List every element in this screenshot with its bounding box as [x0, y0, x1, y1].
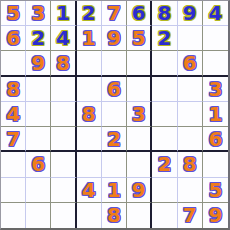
cell-r7c4[interactable] [77, 152, 102, 177]
cell-r7c6[interactable] [127, 152, 152, 177]
cell-r4c2[interactable] [26, 77, 51, 102]
cell-r8c2[interactable] [26, 178, 51, 203]
cell-r4c7[interactable] [152, 77, 177, 102]
cell-r8c3[interactable] [51, 178, 76, 203]
cell-r2c6[interactable]: 5 [127, 26, 152, 51]
cell-r2c2[interactable]: 2 [26, 26, 51, 51]
cell-r4c4[interactable] [77, 77, 102, 102]
cell-r9c3[interactable] [51, 203, 76, 228]
cell-r3c1[interactable] [1, 51, 26, 76]
cell-r3c5[interactable] [102, 51, 127, 76]
cell-r9c5[interactable]: 8 [102, 203, 127, 228]
cell-r2c3[interactable]: 4 [51, 26, 76, 51]
cell-r9c8[interactable]: 7 [178, 203, 203, 228]
cell-r7c3[interactable] [51, 152, 76, 177]
cell-r3c8[interactable]: 6 [178, 51, 203, 76]
cell-r5c7[interactable] [152, 102, 177, 127]
cell-r3c2[interactable]: 9 [26, 51, 51, 76]
cell-r5c9[interactable]: 1 [203, 102, 228, 127]
cell-r7c2[interactable]: 6 [26, 152, 51, 177]
cell-r1c6[interactable]: 6 [127, 1, 152, 26]
cell-r2c1[interactable]: 6 [1, 26, 26, 51]
cell-r3c9[interactable] [203, 51, 228, 76]
cell-r2c4[interactable]: 1 [77, 26, 102, 51]
cell-r1c8[interactable]: 9 [178, 1, 203, 26]
cell-r1c2[interactable]: 3 [26, 1, 51, 26]
cell-r4c8[interactable] [178, 77, 203, 102]
cell-r1c4[interactable]: 2 [77, 1, 102, 26]
cell-r8c1[interactable] [1, 178, 26, 203]
cell-r5c4[interactable]: 8 [77, 102, 102, 127]
cell-r5c1[interactable]: 4 [1, 102, 26, 127]
cell-r9c7[interactable] [152, 203, 177, 228]
cell-r7c5[interactable] [102, 152, 127, 177]
cell-r7c7[interactable]: 2 [152, 152, 177, 177]
cell-r8c4[interactable]: 4 [77, 178, 102, 203]
cell-r4c1[interactable]: 8 [1, 77, 26, 102]
cell-r2c7[interactable]: 2 [152, 26, 177, 51]
cell-r6c8[interactable] [178, 127, 203, 152]
cell-r2c5[interactable]: 9 [102, 26, 127, 51]
cell-r7c1[interactable] [1, 152, 26, 177]
cell-r6c2[interactable] [26, 127, 51, 152]
cell-r1c7[interactable]: 8 [152, 1, 177, 26]
cell-r6c4[interactable] [77, 127, 102, 152]
cell-r6c9[interactable]: 6 [203, 127, 228, 152]
cell-r4c3[interactable] [51, 77, 76, 102]
cell-r2c9[interactable] [203, 26, 228, 51]
sudoku-board: 531276894624195298686348317266284195879 [0, 0, 230, 230]
cell-r8c6[interactable]: 9 [127, 178, 152, 203]
cell-r5c3[interactable] [51, 102, 76, 127]
cell-r5c8[interactable] [178, 102, 203, 127]
cell-r9c1[interactable] [1, 203, 26, 228]
cell-r4c9[interactable]: 3 [203, 77, 228, 102]
cell-r6c3[interactable] [51, 127, 76, 152]
cell-r1c9[interactable]: 4 [203, 1, 228, 26]
cell-r8c5[interactable]: 1 [102, 178, 127, 203]
cell-r8c8[interactable] [178, 178, 203, 203]
cell-r5c5[interactable] [102, 102, 127, 127]
cell-r4c5[interactable]: 6 [102, 77, 127, 102]
cell-r2c8[interactable] [178, 26, 203, 51]
cell-r7c8[interactable]: 8 [178, 152, 203, 177]
cell-r1c3[interactable]: 1 [51, 1, 76, 26]
cell-r6c7[interactable] [152, 127, 177, 152]
cell-r9c4[interactable] [77, 203, 102, 228]
cell-r6c5[interactable]: 2 [102, 127, 127, 152]
cell-r5c2[interactable] [26, 102, 51, 127]
cell-r1c5[interactable]: 7 [102, 1, 127, 26]
cell-r7c9[interactable] [203, 152, 228, 177]
cell-r5c6[interactable]: 3 [127, 102, 152, 127]
cell-r9c9[interactable]: 9 [203, 203, 228, 228]
cell-r3c7[interactable] [152, 51, 177, 76]
cell-r3c3[interactable]: 8 [51, 51, 76, 76]
cell-r1c1[interactable]: 5 [1, 1, 26, 26]
cell-r9c6[interactable] [127, 203, 152, 228]
cell-r3c6[interactable] [127, 51, 152, 76]
cell-r8c9[interactable]: 5 [203, 178, 228, 203]
cell-r6c1[interactable]: 7 [1, 127, 26, 152]
cell-r9c2[interactable] [26, 203, 51, 228]
cell-r6c6[interactable] [127, 127, 152, 152]
cell-r4c6[interactable] [127, 77, 152, 102]
cell-r8c7[interactable] [152, 178, 177, 203]
cell-r3c4[interactable] [77, 51, 102, 76]
